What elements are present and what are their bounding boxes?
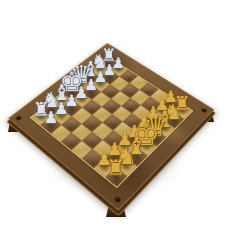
square-h5[interactable] [71, 141, 93, 159]
square-f4[interactable] [82, 115, 103, 132]
square-g5[interactable] [82, 132, 103, 150]
square-g3[interactable] [61, 116, 82, 133]
square-f7[interactable] [114, 139, 135, 157]
square-d8[interactable] [145, 129, 166, 146]
square-h6[interactable] [82, 149, 104, 168]
square-d7[interactable] [134, 121, 155, 138]
corner-screw-icon [15, 115, 22, 121]
square-e6[interactable] [113, 122, 134, 139]
square-e7[interactable] [124, 130, 145, 147]
square-e8[interactable] [136, 138, 157, 156]
square-h7[interactable] [93, 158, 115, 177]
square-f8[interactable] [126, 147, 148, 166]
square-d6[interactable] [123, 113, 143, 129]
square-f5[interactable] [92, 123, 113, 140]
product-photo: ♜♞♝♛♚♝♞♜♟♟♟♟♟♟♟♟♟♟♟♟♟♟♟♟♜♞♝♛♚♝♞♜ [0, 0, 228, 228]
square-c7[interactable] [143, 112, 163, 128]
square-f6[interactable] [103, 131, 124, 149]
square-g6[interactable] [93, 140, 114, 158]
square-c8[interactable] [155, 120, 176, 137]
corner-screw-icon [105, 47, 111, 51]
square-b8[interactable] [164, 112, 184, 128]
square-h8[interactable] [105, 167, 127, 187]
square-h3[interactable] [51, 124, 72, 141]
corner-screw-icon [114, 196, 122, 204]
square-g7[interactable] [104, 148, 126, 167]
chess-board [8, 43, 215, 211]
square-h2[interactable] [41, 117, 62, 134]
corner-screw-icon [201, 108, 208, 114]
square-h4[interactable] [61, 132, 82, 150]
chess-board-squares [31, 57, 192, 187]
square-g8[interactable] [116, 157, 138, 176]
board-scene [0, 0, 228, 228]
square-g4[interactable] [71, 124, 92, 141]
square-e5[interactable] [102, 114, 122, 131]
